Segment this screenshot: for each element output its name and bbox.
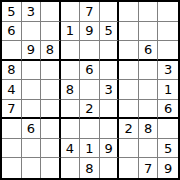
cell-r6c6-empty[interactable] <box>100 100 120 120</box>
cell-r6c1-given: 7 <box>2 100 22 120</box>
cell-r9c6-empty[interactable] <box>100 158 120 178</box>
cell-r6c4-empty[interactable] <box>61 100 81 120</box>
cell-r5c1-given: 4 <box>2 80 22 100</box>
cell-r1c1-given: 5 <box>2 2 22 22</box>
cell-r6c8-empty[interactable] <box>139 100 159 120</box>
cell-r3c8-given: 6 <box>139 41 159 61</box>
cell-r3c6-empty[interactable] <box>100 41 120 61</box>
cell-r1c7-empty[interactable] <box>119 2 139 22</box>
cell-r1c9-empty[interactable] <box>158 2 178 22</box>
cell-r2c1-given: 6 <box>2 22 22 42</box>
cell-r8c3-empty[interactable] <box>41 139 61 159</box>
cell-r8c2-empty[interactable] <box>22 139 42 159</box>
cell-r9c9-given: 9 <box>158 158 178 178</box>
cell-r7c6-empty[interactable] <box>100 119 120 139</box>
cell-r3c2-given: 9 <box>22 41 42 61</box>
cell-r7c3-empty[interactable] <box>41 119 61 139</box>
cell-r6c5-given: 2 <box>80 100 100 120</box>
cell-r8c1-empty[interactable] <box>2 139 22 159</box>
cell-r5c2-empty[interactable] <box>22 80 42 100</box>
cell-r4c2-empty[interactable] <box>22 61 42 81</box>
cell-r9c3-empty[interactable] <box>41 158 61 178</box>
cell-r6c3-empty[interactable] <box>41 100 61 120</box>
cell-r5c5-empty[interactable] <box>80 80 100 100</box>
cell-r6c2-empty[interactable] <box>22 100 42 120</box>
cell-r9c1-empty[interactable] <box>2 158 22 178</box>
cell-r8c5-given: 1 <box>80 139 100 159</box>
cell-r7c9-empty[interactable] <box>158 119 178 139</box>
cell-r9c4-empty[interactable] <box>61 158 81 178</box>
cell-r3c4-empty[interactable] <box>61 41 81 61</box>
cell-r1c6-empty[interactable] <box>100 2 120 22</box>
sudoku-board: 537619598686348317266284195879 <box>0 0 180 180</box>
cell-r2c9-empty[interactable] <box>158 22 178 42</box>
cell-r5c4-given: 8 <box>61 80 81 100</box>
cell-r5c7-empty[interactable] <box>119 80 139 100</box>
cell-r6c7-empty[interactable] <box>119 100 139 120</box>
cell-r4c3-empty[interactable] <box>41 61 61 81</box>
cell-r8c6-given: 9 <box>100 139 120 159</box>
cell-r7c7-given: 2 <box>119 119 139 139</box>
cell-r2c5-given: 9 <box>80 22 100 42</box>
cell-r1c2-given: 3 <box>22 2 42 22</box>
cell-r3c3-given: 8 <box>41 41 61 61</box>
cell-r4c7-empty[interactable] <box>119 61 139 81</box>
cell-r7c2-given: 6 <box>22 119 42 139</box>
cell-r4c8-empty[interactable] <box>139 61 159 81</box>
cell-r7c4-empty[interactable] <box>61 119 81 139</box>
cell-r7c1-empty[interactable] <box>2 119 22 139</box>
cell-r1c8-empty[interactable] <box>139 2 159 22</box>
cell-r3c1-empty[interactable] <box>2 41 22 61</box>
cell-r9c5-given: 8 <box>80 158 100 178</box>
cell-r9c2-empty[interactable] <box>22 158 42 178</box>
cell-r3c9-empty[interactable] <box>158 41 178 61</box>
cell-r2c6-given: 5 <box>100 22 120 42</box>
cell-r7c8-given: 8 <box>139 119 159 139</box>
cell-r8c8-empty[interactable] <box>139 139 159 159</box>
cell-r5c3-empty[interactable] <box>41 80 61 100</box>
cell-r7c5-empty[interactable] <box>80 119 100 139</box>
cell-r1c4-empty[interactable] <box>61 2 81 22</box>
cell-r6c9-given: 6 <box>158 100 178 120</box>
cell-r8c7-empty[interactable] <box>119 139 139 159</box>
cell-r8c4-given: 4 <box>61 139 81 159</box>
cell-r3c7-empty[interactable] <box>119 41 139 61</box>
cell-r2c3-empty[interactable] <box>41 22 61 42</box>
cell-r2c8-empty[interactable] <box>139 22 159 42</box>
cell-r2c2-empty[interactable] <box>22 22 42 42</box>
cell-r4c6-empty[interactable] <box>100 61 120 81</box>
cell-r8c9-given: 5 <box>158 139 178 159</box>
cell-r5c6-given: 3 <box>100 80 120 100</box>
cell-r4c4-empty[interactable] <box>61 61 81 81</box>
cell-r2c7-empty[interactable] <box>119 22 139 42</box>
cell-r2c4-given: 1 <box>61 22 81 42</box>
cell-r1c3-empty[interactable] <box>41 2 61 22</box>
cell-r4c9-given: 3 <box>158 61 178 81</box>
cell-r4c1-given: 8 <box>2 61 22 81</box>
cell-r1c5-given: 7 <box>80 2 100 22</box>
cell-r4c5-given: 6 <box>80 61 100 81</box>
cell-r9c8-given: 7 <box>139 158 159 178</box>
cell-r3c5-empty[interactable] <box>80 41 100 61</box>
cell-r5c8-empty[interactable] <box>139 80 159 100</box>
cell-r9c7-empty[interactable] <box>119 158 139 178</box>
cell-r5c9-given: 1 <box>158 80 178 100</box>
